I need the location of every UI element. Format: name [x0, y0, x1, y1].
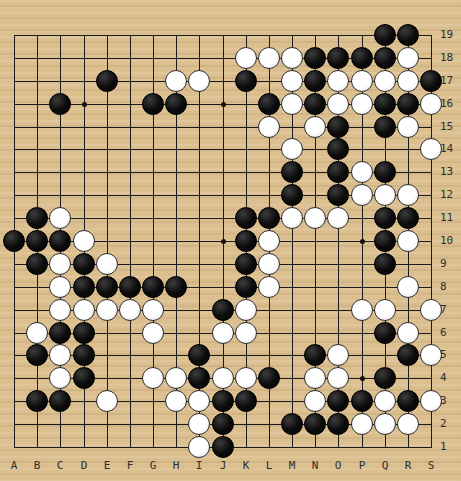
- stone-white-C8[interactable]: [49, 276, 71, 298]
- stone-white-Q17[interactable]: [374, 70, 396, 92]
- stone-white-J6[interactable]: [212, 322, 234, 344]
- stone-white-O5[interactable]: [327, 344, 349, 366]
- stone-white-P12[interactable]: [351, 184, 373, 206]
- stone-black-B9[interactable]: [26, 253, 48, 275]
- stone-black-R19[interactable]: [397, 24, 419, 46]
- stone-black-C16[interactable]: [49, 93, 71, 115]
- row-label-2: 2: [440, 417, 461, 430]
- column-label-O: O: [328, 459, 348, 472]
- row-label-11: 11: [440, 211, 461, 224]
- stone-white-D7[interactable]: [73, 299, 95, 321]
- row-label-16: 16: [440, 97, 461, 110]
- stone-black-H16[interactable]: [165, 93, 187, 115]
- stone-black-D4[interactable]: [73, 367, 95, 389]
- stone-black-B10[interactable]: [26, 230, 48, 252]
- star-point-J10: [221, 239, 226, 244]
- stone-white-O11[interactable]: [327, 207, 349, 229]
- stone-white-E7[interactable]: [96, 299, 118, 321]
- stone-white-I1[interactable]: [188, 436, 210, 458]
- stone-black-Q13[interactable]: [374, 161, 396, 183]
- stone-white-H3[interactable]: [165, 390, 187, 412]
- stone-white-K18[interactable]: [235, 47, 257, 69]
- column-label-N: N: [305, 459, 325, 472]
- stone-black-K8[interactable]: [235, 276, 257, 298]
- stone-black-O13[interactable]: [327, 161, 349, 183]
- stone-white-M11[interactable]: [281, 207, 303, 229]
- stone-black-C3[interactable]: [49, 390, 71, 412]
- stone-white-N15[interactable]: [304, 116, 326, 138]
- stone-black-D5[interactable]: [73, 344, 95, 366]
- stone-black-N17[interactable]: [304, 70, 326, 92]
- star-point-P10: [360, 239, 365, 244]
- stone-black-F8[interactable]: [119, 276, 141, 298]
- stone-white-E9[interactable]: [96, 253, 118, 275]
- row-label-14: 14: [440, 142, 461, 155]
- stone-black-C6[interactable]: [49, 322, 71, 344]
- stone-white-M16[interactable]: [281, 93, 303, 115]
- stone-white-P16[interactable]: [351, 93, 373, 115]
- stone-white-E3[interactable]: [96, 390, 118, 412]
- stone-black-Q9[interactable]: [374, 253, 396, 275]
- stone-white-R17[interactable]: [397, 70, 419, 92]
- row-label-18: 18: [440, 51, 461, 64]
- stone-white-R18[interactable]: [397, 47, 419, 69]
- stone-black-Q19[interactable]: [374, 24, 396, 46]
- stone-white-S3[interactable]: [420, 390, 442, 412]
- stone-black-Q18[interactable]: [374, 47, 396, 69]
- stone-black-G8[interactable]: [142, 276, 164, 298]
- column-label-Q: Q: [375, 459, 395, 472]
- stone-white-I2[interactable]: [188, 413, 210, 435]
- row-label-9: 9: [440, 257, 461, 270]
- stone-black-L11[interactable]: [258, 207, 280, 229]
- stone-white-R2[interactable]: [397, 413, 419, 435]
- column-label-G: G: [143, 459, 163, 472]
- stone-black-O18[interactable]: [327, 47, 349, 69]
- star-point-J16: [221, 102, 226, 107]
- row-label-15: 15: [440, 120, 461, 133]
- stone-black-Q15[interactable]: [374, 116, 396, 138]
- column-label-L: L: [259, 459, 279, 472]
- stone-white-L15[interactable]: [258, 116, 280, 138]
- stone-black-M13[interactable]: [281, 161, 303, 183]
- stone-black-R3[interactable]: [397, 390, 419, 412]
- stone-white-K4[interactable]: [235, 367, 257, 389]
- stone-black-O3[interactable]: [327, 390, 349, 412]
- column-label-R: R: [398, 459, 418, 472]
- stone-black-O12[interactable]: [327, 184, 349, 206]
- stone-white-R12[interactable]: [397, 184, 419, 206]
- stone-white-R6[interactable]: [397, 322, 419, 344]
- stone-black-J1[interactable]: [212, 436, 234, 458]
- stone-black-P18[interactable]: [351, 47, 373, 69]
- stone-black-L4[interactable]: [258, 367, 280, 389]
- stone-white-L10[interactable]: [258, 230, 280, 252]
- column-label-E: E: [97, 459, 117, 472]
- row-label-3: 3: [440, 394, 461, 407]
- column-label-C: C: [50, 459, 70, 472]
- stone-black-O2[interactable]: [327, 413, 349, 435]
- stone-black-N2[interactable]: [304, 413, 326, 435]
- stone-white-O4[interactable]: [327, 367, 349, 389]
- stone-white-H4[interactable]: [165, 367, 187, 389]
- stone-white-Q2[interactable]: [374, 413, 396, 435]
- stone-black-Q10[interactable]: [374, 230, 396, 252]
- row-label-7: 7: [440, 303, 461, 316]
- column-label-S: S: [421, 459, 441, 472]
- column-label-A: A: [4, 459, 24, 472]
- stone-black-B3[interactable]: [26, 390, 48, 412]
- stone-white-S14[interactable]: [420, 138, 442, 160]
- stone-white-Q12[interactable]: [374, 184, 396, 206]
- stone-black-E8[interactable]: [96, 276, 118, 298]
- star-point-P4: [360, 376, 365, 381]
- stone-white-C11[interactable]: [49, 207, 71, 229]
- stone-black-K17[interactable]: [235, 70, 257, 92]
- stone-white-L18[interactable]: [258, 47, 280, 69]
- stone-white-M18[interactable]: [281, 47, 303, 69]
- stone-white-Q3[interactable]: [374, 390, 396, 412]
- stone-black-R5[interactable]: [397, 344, 419, 366]
- stone-black-I4[interactable]: [188, 367, 210, 389]
- row-label-8: 8: [440, 280, 461, 293]
- stone-white-G4[interactable]: [142, 367, 164, 389]
- column-label-H: H: [166, 459, 186, 472]
- column-label-J: J: [213, 459, 233, 472]
- stone-black-Q6[interactable]: [374, 322, 396, 344]
- stone-black-R16[interactable]: [397, 93, 419, 115]
- stone-black-O14[interactable]: [327, 138, 349, 160]
- stone-black-N5[interactable]: [304, 344, 326, 366]
- stone-white-P2[interactable]: [351, 413, 373, 435]
- stone-white-M17[interactable]: [281, 70, 303, 92]
- stone-black-H8[interactable]: [165, 276, 187, 298]
- stone-black-M2[interactable]: [281, 413, 303, 435]
- row-label-17: 17: [440, 74, 461, 87]
- stone-black-B11[interactable]: [26, 207, 48, 229]
- stone-white-S5[interactable]: [420, 344, 442, 366]
- column-label-F: F: [120, 459, 140, 472]
- stone-white-G6[interactable]: [142, 322, 164, 344]
- stone-white-M14[interactable]: [281, 138, 303, 160]
- stone-black-I5[interactable]: [188, 344, 210, 366]
- column-label-B: B: [27, 459, 47, 472]
- stone-black-J2[interactable]: [212, 413, 234, 435]
- stone-black-P3[interactable]: [351, 390, 373, 412]
- stone-black-C10[interactable]: [49, 230, 71, 252]
- stone-black-N18[interactable]: [304, 47, 326, 69]
- stone-black-A10[interactable]: [3, 230, 25, 252]
- stone-white-N11[interactable]: [304, 207, 326, 229]
- stone-white-S7[interactable]: [420, 299, 442, 321]
- column-label-K: K: [236, 459, 256, 472]
- stone-white-N3[interactable]: [304, 390, 326, 412]
- row-label-10: 10: [440, 234, 461, 247]
- row-label-5: 5: [440, 348, 461, 361]
- go-board[interactable]: ABCDEFGHIJKLMNOPQRS191817161514131211109…: [0, 0, 461, 481]
- stone-white-P17[interactable]: [351, 70, 373, 92]
- stone-white-S16[interactable]: [420, 93, 442, 115]
- stone-white-B6[interactable]: [26, 322, 48, 344]
- stone-white-Q7[interactable]: [374, 299, 396, 321]
- row-label-19: 19: [440, 28, 461, 41]
- stone-white-K6[interactable]: [235, 322, 257, 344]
- stone-white-R15[interactable]: [397, 116, 419, 138]
- stone-black-K11[interactable]: [235, 207, 257, 229]
- stone-black-K9[interactable]: [235, 253, 257, 275]
- stone-white-I17[interactable]: [188, 70, 210, 92]
- stone-white-R10[interactable]: [397, 230, 419, 252]
- stone-white-F7[interactable]: [119, 299, 141, 321]
- stone-white-I3[interactable]: [188, 390, 210, 412]
- stone-black-Q11[interactable]: [374, 207, 396, 229]
- column-label-M: M: [282, 459, 302, 472]
- stone-white-O17[interactable]: [327, 70, 349, 92]
- stone-black-G16[interactable]: [142, 93, 164, 115]
- stone-black-J3[interactable]: [212, 390, 234, 412]
- star-point-D16: [82, 102, 87, 107]
- stone-white-K7[interactable]: [235, 299, 257, 321]
- stone-black-K3[interactable]: [235, 390, 257, 412]
- stone-white-H17[interactable]: [165, 70, 187, 92]
- stone-black-Q16[interactable]: [374, 93, 396, 115]
- stone-white-D10[interactable]: [73, 230, 95, 252]
- column-label-I: I: [189, 459, 209, 472]
- stone-white-C9[interactable]: [49, 253, 71, 275]
- stone-black-Q4[interactable]: [374, 367, 396, 389]
- row-label-12: 12: [440, 188, 461, 201]
- stone-white-C4[interactable]: [49, 367, 71, 389]
- stone-white-L8[interactable]: [258, 276, 280, 298]
- stone-white-L9[interactable]: [258, 253, 280, 275]
- row-label-13: 13: [440, 165, 461, 178]
- stone-white-N4[interactable]: [304, 367, 326, 389]
- row-label-4: 4: [440, 371, 461, 384]
- column-label-P: P: [352, 459, 372, 472]
- row-label-1: 1: [440, 440, 461, 453]
- stone-white-R8[interactable]: [397, 276, 419, 298]
- stone-black-N16[interactable]: [304, 93, 326, 115]
- stone-white-O16[interactable]: [327, 93, 349, 115]
- stone-white-P13[interactable]: [351, 161, 373, 183]
- stone-black-D9[interactable]: [73, 253, 95, 275]
- column-label-D: D: [74, 459, 94, 472]
- stone-black-L16[interactable]: [258, 93, 280, 115]
- stone-black-E17[interactable]: [96, 70, 118, 92]
- row-label-6: 6: [440, 326, 461, 339]
- stone-black-O15[interactable]: [327, 116, 349, 138]
- stone-black-M12[interactable]: [281, 184, 303, 206]
- stone-white-P7[interactable]: [351, 299, 373, 321]
- stone-black-B5[interactable]: [26, 344, 48, 366]
- stone-white-G7[interactable]: [142, 299, 164, 321]
- stone-black-R11[interactable]: [397, 207, 419, 229]
- stone-white-J4[interactable]: [212, 367, 234, 389]
- stone-black-D6[interactable]: [73, 322, 95, 344]
- stone-black-J7[interactable]: [212, 299, 234, 321]
- stone-black-D8[interactable]: [73, 276, 95, 298]
- stone-white-C7[interactable]: [49, 299, 71, 321]
- stone-white-C5[interactable]: [49, 344, 71, 366]
- stone-black-K10[interactable]: [235, 230, 257, 252]
- stone-black-S17[interactable]: [420, 70, 442, 92]
